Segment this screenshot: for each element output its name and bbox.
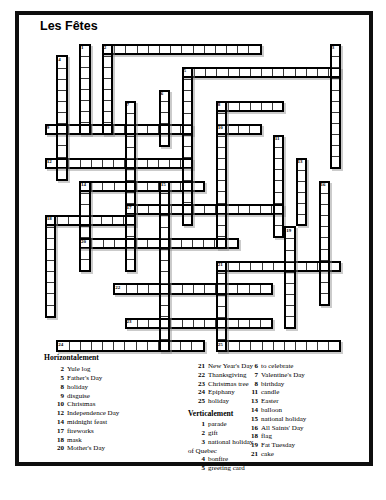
grid-cell[interactable]: [102, 183, 113, 190]
grid-cell[interactable]: [81, 204, 88, 215]
grid-cell[interactable]: [298, 170, 305, 181]
cell-number-19: 19: [286, 228, 291, 233]
grid-cell[interactable]: [250, 69, 261, 76]
grid-cell[interactable]: [184, 90, 191, 101]
grid-cell[interactable]: [321, 282, 328, 293]
grid-cell[interactable]: [81, 226, 88, 237]
grid-cell[interactable]: [58, 123, 65, 134]
grid-cell[interactable]: [47, 260, 54, 271]
grid-cell[interactable]: [148, 46, 159, 53]
grid-cell[interactable]: [113, 126, 124, 133]
grid-cell[interactable]: [286, 261, 293, 272]
clue-text: bonfire: [208, 455, 228, 463]
grid-cell[interactable]: [191, 342, 202, 349]
grid-cell[interactable]: [237, 46, 248, 53]
grid-cell[interactable]: [161, 112, 168, 123]
grid-cell[interactable]: [218, 306, 225, 317]
grid-cell[interactable]: [275, 158, 282, 169]
grid-cell[interactable]: [275, 225, 282, 236]
grid-cell[interactable]: [275, 192, 282, 203]
word-slot-2-across: [102, 44, 262, 55]
grid-cell[interactable]: [127, 225, 134, 236]
grid-cell[interactable]: [161, 316, 168, 327]
grid-cell[interactable]: [218, 136, 225, 147]
grid-cell[interactable]: [184, 168, 191, 179]
grid-cell[interactable]: [275, 214, 282, 225]
grid-cell[interactable]: [169, 126, 180, 133]
grid-cell[interactable]: [170, 320, 181, 327]
grid-cell[interactable]: [218, 203, 225, 214]
grid-cell[interactable]: [127, 136, 134, 147]
grid-cell[interactable]: [112, 217, 123, 224]
grid-cell[interactable]: [182, 320, 193, 327]
grid-cell[interactable]: [218, 284, 225, 295]
grid-cell[interactable]: [317, 69, 328, 76]
grid-cell[interactable]: [127, 113, 134, 124]
grid-cell[interactable]: [81, 259, 88, 270]
grid-cell[interactable]: [184, 202, 191, 213]
grid-cell[interactable]: [332, 123, 339, 134]
grid-cell[interactable]: [148, 320, 159, 327]
grid-cell[interactable]: [103, 240, 114, 247]
cell-number-10: 10: [218, 125, 223, 130]
grid-cell[interactable]: [47, 238, 54, 249]
grid-cell[interactable]: [104, 111, 111, 122]
grid-cell[interactable]: [127, 147, 134, 158]
grid-cell[interactable]: [286, 238, 293, 249]
word-slot-23-across: [125, 318, 273, 329]
grid-cell[interactable]: [218, 191, 225, 202]
grid-cell[interactable]: [47, 249, 54, 260]
clue-text: parade: [208, 420, 227, 428]
grid-cell[interactable]: [250, 103, 261, 110]
clue-number: 1: [188, 420, 205, 429]
grid-cell[interactable]: [184, 146, 191, 157]
grid-cell[interactable]: [81, 193, 88, 204]
grid-cell[interactable]: [57, 217, 68, 224]
clue-number: 5: [44, 374, 64, 383]
grid-cell[interactable]: [332, 156, 339, 167]
grid-cell[interactable]: [298, 203, 305, 214]
grid-cell[interactable]: [161, 227, 168, 238]
grid-cell[interactable]: [192, 240, 203, 247]
grid-cell[interactable]: [47, 305, 54, 316]
grid-cell[interactable]: [91, 183, 102, 190]
grid-cell[interactable]: [147, 342, 158, 349]
grid-cell[interactable]: [204, 46, 215, 53]
grid-cell[interactable]: [321, 193, 328, 204]
grid-cell[interactable]: [262, 263, 273, 270]
grid-cell[interactable]: [127, 124, 134, 135]
grid-cell[interactable]: [218, 113, 225, 124]
grid-cell[interactable]: [80, 160, 91, 167]
grid-cell[interactable]: [147, 183, 158, 190]
grid-cell[interactable]: [332, 134, 339, 145]
grid-cell[interactable]: [298, 214, 305, 225]
grid-cell[interactable]: [102, 160, 113, 167]
grid-cell[interactable]: [114, 183, 125, 190]
grid-cell[interactable]: [147, 240, 158, 247]
grid-cell[interactable]: [161, 294, 168, 305]
grid-cell[interactable]: [58, 79, 65, 90]
grid-cell[interactable]: [328, 342, 339, 349]
grid-cell[interactable]: [135, 160, 146, 167]
grid-cell[interactable]: [113, 160, 124, 167]
grid-cell[interactable]: [184, 213, 191, 224]
grid-cell[interactable]: [283, 69, 294, 76]
grid-cell[interactable]: [184, 113, 191, 124]
grid-cell[interactable]: [204, 320, 215, 327]
grid-cell[interactable]: [125, 46, 136, 53]
grid-cell[interactable]: [171, 206, 182, 213]
grid-cell[interactable]: [286, 305, 293, 316]
grid-cell[interactable]: [184, 124, 191, 135]
grid-cell[interactable]: [170, 240, 181, 247]
grid-cell[interactable]: [147, 126, 158, 133]
grid-cell[interactable]: [184, 79, 191, 90]
grid-cell[interactable]: [161, 327, 168, 338]
clue-item: 17fireworks: [44, 427, 184, 436]
grid-cell[interactable]: [170, 46, 181, 53]
grid-cell[interactable]: [332, 101, 339, 112]
grid-cell[interactable]: [81, 100, 88, 111]
grid-cell[interactable]: [161, 215, 168, 226]
grid-cell[interactable]: [104, 56, 111, 67]
grid-cell[interactable]: [161, 123, 168, 134]
grid-cell[interactable]: [180, 342, 191, 349]
grid-cell[interactable]: [332, 67, 339, 78]
grid-cell[interactable]: [261, 69, 272, 76]
grid-cell[interactable]: [184, 101, 191, 112]
grid-cell[interactable]: [68, 160, 79, 167]
grid-cell[interactable]: [249, 320, 260, 327]
grid-cell[interactable]: [161, 305, 168, 316]
grid-cell[interactable]: [226, 285, 237, 292]
grid-cell[interactable]: [47, 293, 54, 304]
grid-cell[interactable]: [81, 78, 88, 89]
grid-cell[interactable]: [58, 101, 65, 112]
grid-cell[interactable]: [215, 46, 226, 53]
grid-cell[interactable]: [81, 215, 88, 226]
grid-cell[interactable]: [228, 103, 239, 110]
grid-cell[interactable]: [218, 295, 225, 306]
grid-cell[interactable]: [169, 342, 180, 349]
grid-cell[interactable]: [218, 317, 225, 328]
grid-cell[interactable]: [321, 215, 328, 226]
clue-text: midnight feast: [67, 418, 107, 426]
grid-cell[interactable]: [47, 282, 54, 293]
grid-cell[interactable]: [275, 203, 282, 214]
cell-number-2: 2: [104, 45, 107, 50]
cell-number-25: 25: [218, 342, 223, 347]
grid-cell[interactable]: [137, 285, 148, 292]
clue-text: Fat Tuesday: [261, 441, 295, 449]
grid-cell[interactable]: [193, 46, 204, 53]
grid-cell[interactable]: [286, 272, 293, 283]
grid-cell[interactable]: [249, 206, 260, 213]
grid-cell[interactable]: [228, 126, 239, 133]
grid-cell[interactable]: [317, 342, 328, 349]
grid-cell[interactable]: [204, 206, 215, 213]
grid-cell[interactable]: [47, 227, 54, 238]
grid-cell[interactable]: [184, 180, 191, 191]
grid-cell[interactable]: [113, 342, 124, 349]
grid-cell[interactable]: [284, 342, 295, 349]
grid-cell[interactable]: [127, 248, 134, 259]
grid-cell[interactable]: [161, 260, 168, 271]
grid-cell[interactable]: [81, 248, 88, 259]
grid-cell[interactable]: [332, 90, 339, 101]
grid-cell[interactable]: [298, 181, 305, 192]
clue-number: 10: [44, 400, 64, 409]
grid-cell[interactable]: [58, 145, 65, 156]
grid-cell[interactable]: [91, 126, 102, 133]
grid-cell[interactable]: [226, 320, 237, 327]
grid-cell[interactable]: [58, 168, 65, 179]
grid-cell[interactable]: [286, 283, 293, 294]
grid-cell[interactable]: [127, 259, 134, 270]
cell-number-16: 16: [320, 182, 325, 187]
grid-cell[interactable]: [321, 249, 328, 260]
grid-cell[interactable]: [127, 192, 134, 203]
grid-cell[interactable]: [69, 342, 80, 349]
grid-cell[interactable]: [104, 89, 111, 100]
grid-cell[interactable]: [91, 342, 102, 349]
clue-column-across: Horizontalement 2Yule log5Father's Day8h…: [44, 353, 184, 453]
grid-cell[interactable]: [321, 226, 328, 237]
grid-cell[interactable]: [169, 183, 180, 190]
grid-cell[interactable]: [148, 285, 159, 292]
word-slot-16-down: [319, 181, 330, 306]
grid-cell[interactable]: [226, 206, 237, 213]
grid-cell[interactable]: [104, 67, 111, 78]
grid-cell[interactable]: [81, 122, 88, 133]
grid-cell[interactable]: [169, 160, 180, 167]
grid-cell[interactable]: [286, 250, 293, 261]
grid-cell[interactable]: [239, 342, 250, 349]
word-slot-3-down: [330, 44, 341, 169]
grid-cell[interactable]: [127, 158, 134, 169]
grid-cell[interactable]: [161, 101, 168, 112]
grid-cell[interactable]: [81, 56, 88, 67]
grid-cell[interactable]: [332, 78, 339, 89]
grid-cell[interactable]: [260, 285, 271, 292]
grid-cell[interactable]: [218, 328, 225, 339]
grid-cell[interactable]: [161, 283, 168, 294]
grid-cell[interactable]: [249, 126, 260, 133]
grid-cell[interactable]: [161, 134, 168, 145]
grid-cell[interactable]: [218, 225, 225, 236]
grid-cell[interactable]: [114, 46, 125, 53]
grid-cell[interactable]: [193, 320, 204, 327]
grid-cell[interactable]: [216, 69, 227, 76]
grid-cell[interactable]: [184, 135, 191, 146]
grid-cell[interactable]: [238, 126, 249, 133]
grid-cell[interactable]: [184, 191, 191, 202]
grid-cell[interactable]: [91, 240, 102, 247]
grid-cell[interactable]: [184, 157, 191, 168]
grid-cell[interactable]: [298, 192, 305, 203]
grid-cell[interactable]: [170, 285, 181, 292]
grid-cell[interactable]: [91, 160, 102, 167]
grid-cell[interactable]: [218, 214, 225, 225]
grid-cell[interactable]: [275, 147, 282, 158]
grid-cell[interactable]: [295, 263, 306, 270]
grid-cell[interactable]: [332, 112, 339, 123]
grid-cell[interactable]: [228, 342, 239, 349]
grid-cell[interactable]: [204, 285, 215, 292]
grid-cell[interactable]: [181, 240, 192, 247]
grid-cell[interactable]: [321, 260, 328, 271]
grid-cell[interactable]: [104, 100, 111, 111]
grid-cell[interactable]: [203, 240, 214, 247]
grid-cell[interactable]: [218, 169, 225, 180]
grid-cell[interactable]: [147, 160, 158, 167]
cell-number-24: 24: [58, 342, 63, 347]
grid-cell[interactable]: [228, 69, 239, 76]
grid-cell[interactable]: [136, 183, 147, 190]
grid-cell[interactable]: [248, 46, 259, 53]
grid-cell[interactable]: [295, 69, 306, 76]
grid-cell[interactable]: [295, 342, 306, 349]
grid-cell[interactable]: [80, 342, 91, 349]
grid-cell[interactable]: [193, 206, 204, 213]
grid-cell[interactable]: [68, 126, 79, 133]
grid-cell[interactable]: [102, 342, 113, 349]
grid-cell[interactable]: [272, 69, 283, 76]
clue-number: 21: [188, 362, 205, 371]
grid-cell[interactable]: [58, 68, 65, 79]
grid-cell[interactable]: [127, 169, 134, 180]
clue-column-down-right: 6to celebrate7Valentine's Day8birthday11…: [245, 362, 345, 459]
word-slot-15-down: [159, 181, 170, 352]
grid-cell[interactable]: [239, 69, 250, 76]
grid-cell[interactable]: [127, 180, 134, 191]
grid-cell[interactable]: [275, 180, 282, 191]
clue-item: 7Valentine's Day: [245, 371, 345, 380]
grid-cell[interactable]: [135, 126, 146, 133]
grid-cell[interactable]: [81, 67, 88, 78]
word-slot-13-down: [296, 158, 307, 226]
clue-number: 18: [44, 436, 64, 445]
grid-cell[interactable]: [127, 236, 134, 247]
grid-cell[interactable]: [161, 271, 168, 282]
grid-cell[interactable]: [228, 263, 239, 270]
grid-cell[interactable]: [273, 263, 284, 270]
grid-cell[interactable]: [58, 112, 65, 123]
grid-cell[interactable]: [275, 169, 282, 180]
grid-cell[interactable]: [114, 240, 125, 247]
grid-cell[interactable]: [47, 271, 54, 282]
grid-cell[interactable]: [124, 342, 135, 349]
grid-cell[interactable]: [136, 342, 147, 349]
grid-cell[interactable]: [237, 285, 248, 292]
cell-number-3: 3: [332, 45, 335, 50]
grid-cell[interactable]: [250, 263, 261, 270]
grid-cell[interactable]: [158, 160, 169, 167]
grid-cell[interactable]: [218, 147, 225, 158]
grid-cell[interactable]: [193, 285, 204, 292]
grid-cell[interactable]: [194, 69, 205, 76]
grid-cell[interactable]: [81, 89, 88, 100]
clue-number: 25: [188, 397, 205, 406]
grid-cell[interactable]: [205, 69, 216, 76]
grid-cell[interactable]: [238, 206, 249, 213]
grid-cell[interactable]: [272, 103, 283, 110]
grid-cell[interactable]: [218, 180, 225, 191]
grid-cell[interactable]: [321, 204, 328, 215]
grid-cell[interactable]: [136, 240, 147, 247]
grid-cell[interactable]: [226, 46, 237, 53]
grid-cell[interactable]: [249, 285, 260, 292]
grid-cell[interactable]: [137, 320, 148, 327]
grid-cell[interactable]: [104, 78, 111, 89]
grid-cell[interactable]: [127, 214, 134, 225]
grid-cell[interactable]: [332, 56, 339, 67]
grid-cell[interactable]: [239, 103, 250, 110]
grid-cell[interactable]: [286, 316, 293, 327]
grid-cell[interactable]: [321, 237, 328, 248]
grid-cell[interactable]: [321, 271, 328, 282]
grid-cell[interactable]: [306, 263, 317, 270]
grid-cell[interactable]: [238, 320, 249, 327]
grid-cell[interactable]: [161, 193, 168, 204]
grid-cell[interactable]: [321, 293, 328, 304]
grid-cell[interactable]: [101, 217, 112, 224]
grid-cell[interactable]: [306, 342, 317, 349]
cell-number-23: 23: [127, 319, 132, 324]
clue-text: gift: [208, 429, 218, 437]
grid-cell[interactable]: [182, 285, 193, 292]
grid-cell[interactable]: [126, 285, 137, 292]
grid-cell[interactable]: [273, 342, 284, 349]
grid-cell[interactable]: [161, 204, 168, 215]
grid-cell[interactable]: [181, 46, 192, 53]
grid-cell[interactable]: [218, 236, 225, 247]
grid-cell[interactable]: [161, 339, 168, 350]
grid-cell[interactable]: [58, 157, 65, 168]
grid-cell[interactable]: [58, 90, 65, 101]
grid-cell[interactable]: [137, 46, 148, 53]
grid-cell[interactable]: [161, 238, 168, 249]
grid-cell[interactable]: [159, 46, 170, 53]
grid-cell[interactable]: [161, 249, 168, 260]
clue-number: 2: [44, 365, 64, 374]
clue-text: greeting card: [208, 464, 245, 472]
grid-cell[interactable]: [239, 263, 250, 270]
grid-cell[interactable]: [306, 69, 317, 76]
grid-cell[interactable]: [90, 217, 101, 224]
grid-cell[interactable]: [260, 206, 271, 213]
grid-cell[interactable]: [332, 145, 339, 156]
grid-cell[interactable]: [81, 111, 88, 122]
grid-cell[interactable]: [286, 294, 293, 305]
grid-cell[interactable]: [148, 206, 159, 213]
grid-cell[interactable]: [250, 342, 261, 349]
grid-cell[interactable]: [58, 134, 65, 145]
grid-cell[interactable]: [68, 217, 79, 224]
clue-number: 21: [245, 450, 258, 459]
grid-cell[interactable]: [261, 103, 272, 110]
cell-number-8: 8: [218, 102, 221, 107]
grid-cell[interactable]: [260, 320, 271, 327]
grid-cell[interactable]: [104, 122, 111, 133]
grid-cell[interactable]: [137, 206, 148, 213]
clue-text: Epiphany: [208, 388, 235, 396]
grid-cell[interactable]: [218, 158, 225, 169]
grid-cell[interactable]: [262, 342, 273, 349]
grid-cell[interactable]: [218, 273, 225, 284]
